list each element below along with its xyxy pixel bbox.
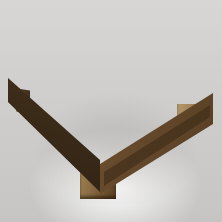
product-photo: ♜♞♝♛♚♝♞♜♟♟♟♟♟♟♟♟♟♟♟♟♟♟♟♟♜♞♝♛♚♝♞♜ (0, 0, 222, 222)
